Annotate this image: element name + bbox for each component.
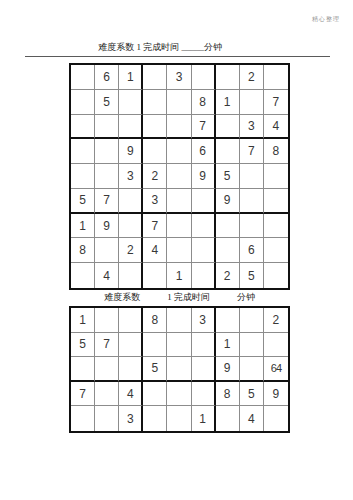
sudoku-grid-1-cell-r9c4 — [143, 263, 167, 288]
sudoku-grid-1-cell-r8c9 — [264, 238, 288, 263]
sudoku-grid-1: 6132581773496783295573919782464125 — [69, 63, 290, 290]
sudoku-grid-1-cell-r6c2: 7 — [95, 189, 119, 214]
sudoku-grid-2-cell-r1c7 — [216, 308, 240, 333]
sudoku-grid-1-cell-r2c5 — [167, 90, 191, 115]
sudoku-grid-2-cell-r5c9 — [264, 406, 288, 431]
sudoku-grid-1-cell-r8c2 — [95, 238, 119, 263]
sudoku-grid-2-cell-r2c8 — [240, 333, 264, 358]
sudoku-grid-1-cell-r6c8 — [240, 189, 264, 214]
sudoku-grid-1-cell-r3c3 — [119, 115, 143, 140]
sudoku-grid-1-cell-r4c4 — [143, 139, 167, 164]
sudoku-grid-2-cell-r1c1: 1 — [71, 308, 95, 333]
sudoku-grid-1-cell-r1c1 — [71, 65, 95, 90]
sudoku-grid-2-cell-r1c3 — [119, 308, 143, 333]
sudoku-grid-2-cell-r2c6 — [192, 333, 216, 358]
sudoku-grid-1-cell-r1c5: 3 — [167, 65, 191, 90]
sudoku-grid-1-cell-r3c4 — [143, 115, 167, 140]
sudoku-grid-1-cell-r2c9: 7 — [264, 90, 288, 115]
sudoku-grid-2-cell-r2c2: 7 — [95, 333, 119, 358]
sudoku-grid-1-cell-r6c3 — [119, 189, 143, 214]
sudoku-grid-1-cell-r4c9: 8 — [264, 139, 288, 164]
sudoku-grid-1-cell-r5c4: 2 — [143, 164, 167, 189]
sudoku-grid-1-cell-r7c9 — [264, 214, 288, 239]
worksheet-page: { "game": "sudoku", "page": { "header_no… — [0, 0, 353, 500]
sudoku-grid-1-cell-r5c5 — [167, 164, 191, 189]
puzzle1-title: 难度系数 1 完成时间 _____分钟 — [20, 42, 300, 53]
sudoku-grid-1-cell-r3c5 — [167, 115, 191, 140]
sudoku-grid-1-cell-r2c4 — [143, 90, 167, 115]
sudoku-grid-2-cell-r4c4 — [143, 382, 167, 407]
sudoku-grid-2-cell-r4c1: 7 — [71, 382, 95, 407]
puzzle2-title: 难度系数 1 完成时间 分钟 — [69, 292, 290, 303]
sudoku-grid-1-cell-r5c8 — [240, 164, 264, 189]
sudoku-grid-1-cell-r3c8: 3 — [240, 115, 264, 140]
sudoku-grid-1-cell-r9c8: 5 — [240, 263, 264, 288]
sudoku-grid-1-cell-r9c3 — [119, 263, 143, 288]
sudoku-grid-1-cell-r7c1: 1 — [71, 214, 95, 239]
page-header-note: 精心整理 — [312, 15, 340, 24]
sudoku-grid-1-cell-r1c8: 2 — [240, 65, 264, 90]
sudoku-grid-2-cell-r2c7: 1 — [216, 333, 240, 358]
sudoku-grid-2-cell-r5c2 — [95, 406, 119, 431]
sudoku-grid-2-cell-r3c4: 5 — [143, 357, 167, 382]
sudoku-grid-1-cell-r9c7: 2 — [216, 263, 240, 288]
sudoku-grid-1-cell-r8c6 — [192, 238, 216, 263]
sudoku-grid-1-cell-r4c1 — [71, 139, 95, 164]
sudoku-grid-1-cell-r3c7 — [216, 115, 240, 140]
sudoku-grid-2-cell-r1c9: 2 — [264, 308, 288, 333]
sudoku-grid-1-cell-r7c4: 7 — [143, 214, 167, 239]
sudoku-grid-2-cell-r5c4 — [143, 406, 167, 431]
sudoku-grid-1-cell-r2c2: 5 — [95, 90, 119, 115]
sudoku-grid-2-cell-r1c6: 3 — [192, 308, 216, 333]
sudoku-grid-2-cell-r5c1 — [71, 406, 95, 431]
sudoku-grid-2-cell-r3c9: 64 — [264, 357, 288, 382]
sudoku-grid-2-cell-r4c9: 9 — [264, 382, 288, 407]
sudoku-grid-2-cell-r3c1 — [71, 357, 95, 382]
sudoku-grid-1-cell-r7c8 — [240, 214, 264, 239]
sudoku-grid-1-cell-r4c8: 7 — [240, 139, 264, 164]
sudoku-grid-1-cell-r8c3: 2 — [119, 238, 143, 263]
sudoku-grid-2-cell-r1c4: 8 — [143, 308, 167, 333]
sudoku-grid-2-cell-r4c5 — [167, 382, 191, 407]
sudoku-grid-1-cell-r6c9 — [264, 189, 288, 214]
sudoku-grid-2-cell-r4c3: 4 — [119, 382, 143, 407]
sudoku-grid-1-cell-r3c2 — [95, 115, 119, 140]
sudoku-grid-1-cell-r7c2: 9 — [95, 214, 119, 239]
sudoku-grid-1-cell-r3c9: 4 — [264, 115, 288, 140]
sudoku-grid-1-cell-r5c1 — [71, 164, 95, 189]
sudoku-grid-1-cell-r5c9 — [264, 164, 288, 189]
sudoku-grid-1-cell-r6c4: 3 — [143, 189, 167, 214]
sudoku-grid-1-cell-r6c6 — [192, 189, 216, 214]
sudoku-grid-1-cell-r4c5 — [167, 139, 191, 164]
sudoku-grid-1-cell-r1c6 — [192, 65, 216, 90]
sudoku-grid-2-cell-r2c9 — [264, 333, 288, 358]
sudoku-grid-2-cell-r2c3 — [119, 333, 143, 358]
sudoku-grid-1-cell-r2c1 — [71, 90, 95, 115]
sudoku-grid-1-cell-r8c5 — [167, 238, 191, 263]
sudoku-grid-1-cell-r8c4: 4 — [143, 238, 167, 263]
sudoku-grid-1-cell-r7c5 — [167, 214, 191, 239]
sudoku-grid-1-cell-r6c5 — [167, 189, 191, 214]
sudoku-grid-1-cell-r1c3: 1 — [119, 65, 143, 90]
sudoku-grid-2-cell-r5c6: 1 — [192, 406, 216, 431]
sudoku-grid-1-cell-r4c2 — [95, 139, 119, 164]
sudoku-grid-1-cell-r5c2 — [95, 164, 119, 189]
title-divider-line — [25, 56, 330, 57]
sudoku-grid-1-cell-r5c3: 3 — [119, 164, 143, 189]
sudoku-grid-2-cell-r4c7: 8 — [216, 382, 240, 407]
sudoku-grid-2: 1832571596474859314 — [69, 306, 290, 433]
sudoku-grid-1-cell-r4c7 — [216, 139, 240, 164]
sudoku-grid-1-cell-r2c8 — [240, 90, 264, 115]
sudoku-grid-1-cell-r6c1: 5 — [71, 189, 95, 214]
sudoku-grid-1-cell-r6c7: 9 — [216, 189, 240, 214]
sudoku-grid-1-cell-r7c7 — [216, 214, 240, 239]
sudoku-grid-2-cell-r4c8: 5 — [240, 382, 264, 407]
sudoku-grid-2-cell-r5c7 — [216, 406, 240, 431]
sudoku-grid-1-cell-r2c7: 1 — [216, 90, 240, 115]
sudoku-grid-1-cell-r9c5: 1 — [167, 263, 191, 288]
sudoku-grid-1-cell-r1c9 — [264, 65, 288, 90]
sudoku-grid-2-cell-r2c4 — [143, 333, 167, 358]
sudoku-grid-2-cell-r1c5 — [167, 308, 191, 333]
sudoku-grid-2-cell-r3c3 — [119, 357, 143, 382]
sudoku-grid-2-cell-r4c6 — [192, 382, 216, 407]
sudoku-grid-1-cell-r2c3 — [119, 90, 143, 115]
sudoku-grid-1-cell-r8c8: 6 — [240, 238, 264, 263]
sudoku-grid-1-cell-r7c6 — [192, 214, 216, 239]
sudoku-grid-1-cell-r1c4 — [143, 65, 167, 90]
sudoku-grid-2-cell-r2c5 — [167, 333, 191, 358]
sudoku-grid-1-cell-r4c6: 6 — [192, 139, 216, 164]
sudoku-grid-1-cell-r9c9 — [264, 263, 288, 288]
sudoku-grid-1-cell-r5c6: 9 — [192, 164, 216, 189]
sudoku-grid-2-cell-r3c2 — [95, 357, 119, 382]
sudoku-grid-2-cell-r3c5 — [167, 357, 191, 382]
sudoku-grid-1-cell-r3c6: 7 — [192, 115, 216, 140]
sudoku-grid-1-cell-r5c7: 5 — [216, 164, 240, 189]
sudoku-grid-1-cell-r8c1: 8 — [71, 238, 95, 263]
sudoku-grid-1-cell-r9c6 — [192, 263, 216, 288]
sudoku-grid-1-cell-r1c2: 6 — [95, 65, 119, 90]
sudoku-grid-2-cell-r3c7: 9 — [216, 357, 240, 382]
sudoku-grid-2-cell-r3c8 — [240, 357, 264, 382]
sudoku-grid-2-cell-r4c2 — [95, 382, 119, 407]
sudoku-grid-1-cell-r1c7 — [216, 65, 240, 90]
sudoku-grid-2-cell-r5c5 — [167, 406, 191, 431]
sudoku-grid-2-cell-r5c8: 4 — [240, 406, 264, 431]
sudoku-grid-1-cell-r2c6: 8 — [192, 90, 216, 115]
sudoku-grid-2-cell-r5c3: 3 — [119, 406, 143, 431]
sudoku-grid-1-cell-r9c1 — [71, 263, 95, 288]
sudoku-grid-1-cell-r3c1 — [71, 115, 95, 140]
sudoku-grid-2-cell-r3c6 — [192, 357, 216, 382]
sudoku-grid-2-cell-r1c2 — [95, 308, 119, 333]
sudoku-grid-1-cell-r9c2: 4 — [95, 263, 119, 288]
sudoku-grid-2-cell-r1c8 — [240, 308, 264, 333]
sudoku-grid-1-cell-r8c7 — [216, 238, 240, 263]
sudoku-grid-2-cell-r2c1: 5 — [71, 333, 95, 358]
sudoku-grid-1-cell-r4c3: 9 — [119, 139, 143, 164]
sudoku-grid-1-cell-r7c3 — [119, 214, 143, 239]
